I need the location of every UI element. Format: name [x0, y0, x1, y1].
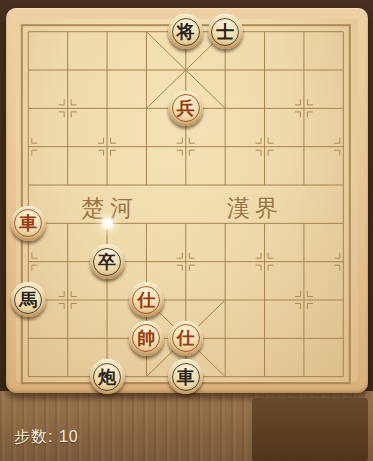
piece-red-advisor[interactable]: 仕 [168, 321, 203, 356]
piece-glyph: 帥 [137, 329, 155, 347]
piece-black-general[interactable]: 将 [168, 14, 203, 49]
piece-black-horse[interactable]: 馬 [11, 282, 46, 317]
bottom-right-overlay [252, 398, 368, 461]
piece-glyph: 兵 [177, 99, 195, 117]
piece-glyph: 馬 [19, 290, 37, 308]
piece-black-advisor[interactable]: 士 [208, 14, 243, 49]
piece-glyph: 士 [216, 22, 234, 40]
piece-red-general[interactable]: 帥 [129, 321, 164, 356]
piece-black-soldier[interactable]: 卒 [90, 244, 125, 279]
piece-glyph: 将 [177, 22, 195, 40]
piece-glyph: 車 [19, 214, 37, 232]
piece-glyph: 車 [177, 367, 195, 385]
piece-red-chariot[interactable]: 車 [11, 206, 46, 241]
piece-black-chariot[interactable]: 車 [168, 359, 203, 394]
piece-red-soldier[interactable]: 兵 [168, 91, 203, 126]
piece-glyph: 炮 [98, 367, 116, 385]
board-points[interactable]: 将士兵車卒馬仕帥仕炮車 [9, 13, 363, 396]
move-counter: 步数: 10 [14, 427, 79, 448]
piece-black-cannon[interactable]: 炮 [90, 359, 125, 394]
move-highlight-dot[interactable] [103, 219, 112, 228]
piece-glyph: 仕 [177, 329, 195, 347]
piece-glyph: 仕 [137, 290, 155, 308]
xiangqi-board[interactable]: 楚河 漢界 将士兵車卒馬仕帥仕炮車 [6, 8, 368, 393]
piece-red-advisor[interactable]: 仕 [129, 282, 164, 317]
piece-glyph: 卒 [98, 252, 116, 270]
app-screen: 楚河 漢界 将士兵車卒馬仕帥仕炮車 步数: 10 [0, 0, 373, 461]
